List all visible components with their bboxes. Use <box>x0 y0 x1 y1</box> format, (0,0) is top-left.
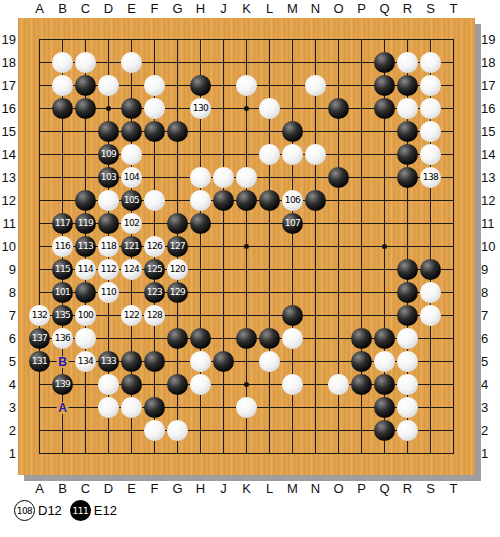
intersection-H6[interactable] <box>189 327 212 350</box>
intersection-C12[interactable] <box>74 189 97 212</box>
intersection-N7[interactable] <box>304 304 327 327</box>
intersection-S15[interactable] <box>419 120 442 143</box>
intersection-Q15[interactable] <box>373 120 396 143</box>
intersection-K6[interactable] <box>235 327 258 350</box>
intersection-A4[interactable] <box>28 373 51 396</box>
intersection-P9[interactable] <box>350 258 373 281</box>
intersection-A10[interactable] <box>28 235 51 258</box>
intersection-J19[interactable] <box>212 28 235 51</box>
intersection-F16[interactable] <box>143 97 166 120</box>
intersection-A17[interactable] <box>28 74 51 97</box>
intersection-J18[interactable] <box>212 51 235 74</box>
intersection-S19[interactable] <box>419 28 442 51</box>
intersection-O1[interactable] <box>327 442 350 465</box>
intersection-L3[interactable] <box>258 396 281 419</box>
intersection-T3[interactable] <box>442 396 465 419</box>
intersection-A15[interactable] <box>28 120 51 143</box>
intersection-K18[interactable] <box>235 51 258 74</box>
intersection-Q1[interactable] <box>373 442 396 465</box>
intersection-Q17[interactable] <box>373 74 396 97</box>
intersection-S4[interactable] <box>419 373 442 396</box>
intersection-P6[interactable] <box>350 327 373 350</box>
intersection-K16[interactable] <box>235 97 258 120</box>
intersection-K5[interactable] <box>235 350 258 373</box>
intersection-C7[interactable]: 100 <box>74 304 97 327</box>
intersection-B15[interactable] <box>51 120 74 143</box>
intersection-G18[interactable] <box>166 51 189 74</box>
intersection-P11[interactable] <box>350 212 373 235</box>
intersection-N12[interactable] <box>304 189 327 212</box>
intersection-R17[interactable] <box>396 74 419 97</box>
intersection-J10[interactable] <box>212 235 235 258</box>
intersection-M1[interactable] <box>281 442 304 465</box>
intersection-O4[interactable] <box>327 373 350 396</box>
intersection-K12[interactable] <box>235 189 258 212</box>
intersection-T13[interactable] <box>442 166 465 189</box>
intersection-N14[interactable] <box>304 143 327 166</box>
intersection-G10[interactable]: 127 <box>166 235 189 258</box>
intersection-P19[interactable] <box>350 28 373 51</box>
intersection-K10[interactable] <box>235 235 258 258</box>
intersection-J2[interactable] <box>212 419 235 442</box>
intersection-F10[interactable]: 126 <box>143 235 166 258</box>
intersection-P12[interactable] <box>350 189 373 212</box>
intersection-N8[interactable] <box>304 281 327 304</box>
intersection-R3[interactable] <box>396 396 419 419</box>
intersection-P8[interactable] <box>350 281 373 304</box>
intersection-O3[interactable] <box>327 396 350 419</box>
intersection-T14[interactable] <box>442 143 465 166</box>
intersection-T2[interactable] <box>442 419 465 442</box>
intersection-K1[interactable] <box>235 442 258 465</box>
intersection-R13[interactable] <box>396 166 419 189</box>
intersection-G4[interactable] <box>166 373 189 396</box>
intersection-M17[interactable] <box>281 74 304 97</box>
intersection-O12[interactable] <box>327 189 350 212</box>
intersection-L14[interactable] <box>258 143 281 166</box>
intersection-J14[interactable] <box>212 143 235 166</box>
intersection-J1[interactable] <box>212 442 235 465</box>
intersection-G7[interactable] <box>166 304 189 327</box>
intersection-O11[interactable] <box>327 212 350 235</box>
intersection-B4[interactable]: 139 <box>51 373 74 396</box>
intersection-R12[interactable] <box>396 189 419 212</box>
intersection-C5[interactable]: 134 <box>74 350 97 373</box>
intersection-T1[interactable] <box>442 442 465 465</box>
intersection-N1[interactable] <box>304 442 327 465</box>
intersection-S1[interactable] <box>419 442 442 465</box>
intersection-C10[interactable]: 113 <box>74 235 97 258</box>
intersection-L10[interactable] <box>258 235 281 258</box>
intersection-F18[interactable] <box>143 51 166 74</box>
intersection-H15[interactable] <box>189 120 212 143</box>
intersection-O19[interactable] <box>327 28 350 51</box>
intersection-F13[interactable] <box>143 166 166 189</box>
intersection-Q13[interactable] <box>373 166 396 189</box>
intersection-H10[interactable] <box>189 235 212 258</box>
intersection-G9[interactable]: 120 <box>166 258 189 281</box>
intersection-S10[interactable] <box>419 235 442 258</box>
intersection-M7[interactable] <box>281 304 304 327</box>
intersection-N15[interactable] <box>304 120 327 143</box>
intersection-M2[interactable] <box>281 419 304 442</box>
intersection-R8[interactable] <box>396 281 419 304</box>
intersection-E4[interactable] <box>120 373 143 396</box>
intersection-A2[interactable] <box>28 419 51 442</box>
intersection-L5[interactable] <box>258 350 281 373</box>
intersection-O15[interactable] <box>327 120 350 143</box>
intersection-G3[interactable] <box>166 396 189 419</box>
intersection-B8[interactable]: 101 <box>51 281 74 304</box>
intersection-K2[interactable] <box>235 419 258 442</box>
intersection-N11[interactable] <box>304 212 327 235</box>
intersection-L12[interactable] <box>258 189 281 212</box>
intersection-C1[interactable] <box>74 442 97 465</box>
intersection-A18[interactable] <box>28 51 51 74</box>
intersection-H12[interactable] <box>189 189 212 212</box>
intersection-A7[interactable]: 132 <box>28 304 51 327</box>
intersection-Q5[interactable] <box>373 350 396 373</box>
intersection-H2[interactable] <box>189 419 212 442</box>
intersection-A6[interactable]: 137 <box>28 327 51 350</box>
intersection-R5[interactable] <box>396 350 419 373</box>
intersection-A1[interactable] <box>28 442 51 465</box>
intersection-E13[interactable]: 104 <box>120 166 143 189</box>
intersection-C14[interactable] <box>74 143 97 166</box>
intersection-F2[interactable] <box>143 419 166 442</box>
intersection-F9[interactable]: 125 <box>143 258 166 281</box>
intersection-E19[interactable] <box>120 28 143 51</box>
intersection-T5[interactable] <box>442 350 465 373</box>
intersection-A3[interactable] <box>28 396 51 419</box>
intersection-M10[interactable] <box>281 235 304 258</box>
intersection-E7[interactable]: 122 <box>120 304 143 327</box>
intersection-J7[interactable] <box>212 304 235 327</box>
intersection-M5[interactable] <box>281 350 304 373</box>
intersection-O8[interactable] <box>327 281 350 304</box>
intersection-L18[interactable] <box>258 51 281 74</box>
intersection-R15[interactable] <box>396 120 419 143</box>
intersection-J9[interactable] <box>212 258 235 281</box>
intersection-B16[interactable] <box>51 97 74 120</box>
intersection-S13[interactable]: 138 <box>419 166 442 189</box>
intersection-D13[interactable]: 103 <box>97 166 120 189</box>
intersection-M4[interactable] <box>281 373 304 396</box>
intersection-P15[interactable] <box>350 120 373 143</box>
intersection-K9[interactable] <box>235 258 258 281</box>
intersection-N13[interactable] <box>304 166 327 189</box>
intersection-C19[interactable] <box>74 28 97 51</box>
intersection-C8[interactable] <box>74 281 97 304</box>
intersection-R6[interactable] <box>396 327 419 350</box>
intersection-D9[interactable]: 112 <box>97 258 120 281</box>
intersection-R18[interactable] <box>396 51 419 74</box>
intersection-A5[interactable]: 131 <box>28 350 51 373</box>
intersection-H1[interactable] <box>189 442 212 465</box>
intersection-J6[interactable] <box>212 327 235 350</box>
intersection-D8[interactable]: 110 <box>97 281 120 304</box>
intersection-F11[interactable] <box>143 212 166 235</box>
intersection-N4[interactable] <box>304 373 327 396</box>
intersection-F6[interactable] <box>143 327 166 350</box>
intersection-Q18[interactable] <box>373 51 396 74</box>
intersection-T10[interactable] <box>442 235 465 258</box>
intersection-L4[interactable] <box>258 373 281 396</box>
intersection-P16[interactable] <box>350 97 373 120</box>
intersection-L9[interactable] <box>258 258 281 281</box>
intersection-J16[interactable] <box>212 97 235 120</box>
intersection-Q11[interactable] <box>373 212 396 235</box>
intersection-P3[interactable] <box>350 396 373 419</box>
intersection-N16[interactable] <box>304 97 327 120</box>
intersection-A12[interactable] <box>28 189 51 212</box>
intersection-K13[interactable] <box>235 166 258 189</box>
intersection-M18[interactable] <box>281 51 304 74</box>
intersection-F8[interactable]: 123 <box>143 281 166 304</box>
intersection-D3[interactable] <box>97 396 120 419</box>
intersection-C18[interactable] <box>74 51 97 74</box>
intersection-K8[interactable] <box>235 281 258 304</box>
intersection-B12[interactable] <box>51 189 74 212</box>
intersection-E16[interactable] <box>120 97 143 120</box>
intersection-J15[interactable] <box>212 120 235 143</box>
intersection-O10[interactable] <box>327 235 350 258</box>
intersection-S11[interactable] <box>419 212 442 235</box>
intersection-B6[interactable]: 136 <box>51 327 74 350</box>
intersection-L16[interactable] <box>258 97 281 120</box>
intersection-N10[interactable] <box>304 235 327 258</box>
intersection-M11[interactable]: 107 <box>281 212 304 235</box>
intersection-Q6[interactable] <box>373 327 396 350</box>
intersection-S2[interactable] <box>419 419 442 442</box>
intersection-B19[interactable] <box>51 28 74 51</box>
intersection-L1[interactable] <box>258 442 281 465</box>
intersection-A14[interactable] <box>28 143 51 166</box>
intersection-K7[interactable] <box>235 304 258 327</box>
intersection-J5[interactable] <box>212 350 235 373</box>
intersection-J3[interactable] <box>212 396 235 419</box>
intersection-O6[interactable] <box>327 327 350 350</box>
intersection-D4[interactable] <box>97 373 120 396</box>
intersection-F4[interactable] <box>143 373 166 396</box>
intersection-G6[interactable] <box>166 327 189 350</box>
intersection-Q19[interactable] <box>373 28 396 51</box>
intersection-O18[interactable] <box>327 51 350 74</box>
intersection-R7[interactable] <box>396 304 419 327</box>
intersection-T15[interactable] <box>442 120 465 143</box>
intersection-E2[interactable] <box>120 419 143 442</box>
intersection-J11[interactable] <box>212 212 235 235</box>
intersection-M3[interactable] <box>281 396 304 419</box>
intersection-G11[interactable] <box>166 212 189 235</box>
intersection-N17[interactable] <box>304 74 327 97</box>
intersection-H11[interactable] <box>189 212 212 235</box>
intersection-H19[interactable] <box>189 28 212 51</box>
intersection-S7[interactable] <box>419 304 442 327</box>
intersection-B5[interactable]: B <box>51 350 74 373</box>
intersection-N3[interactable] <box>304 396 327 419</box>
intersection-L6[interactable] <box>258 327 281 350</box>
intersection-B3[interactable]: A <box>51 396 74 419</box>
intersection-H7[interactable] <box>189 304 212 327</box>
intersection-S16[interactable] <box>419 97 442 120</box>
intersection-H14[interactable] <box>189 143 212 166</box>
intersection-Q10[interactable] <box>373 235 396 258</box>
intersection-T6[interactable] <box>442 327 465 350</box>
intersection-L2[interactable] <box>258 419 281 442</box>
intersection-E5[interactable] <box>120 350 143 373</box>
intersection-L13[interactable] <box>258 166 281 189</box>
intersection-O16[interactable] <box>327 97 350 120</box>
intersection-C3[interactable] <box>74 396 97 419</box>
intersection-B17[interactable] <box>51 74 74 97</box>
intersection-L19[interactable] <box>258 28 281 51</box>
intersection-S14[interactable] <box>419 143 442 166</box>
intersection-K15[interactable] <box>235 120 258 143</box>
intersection-P2[interactable] <box>350 419 373 442</box>
intersection-D17[interactable] <box>97 74 120 97</box>
intersection-B14[interactable] <box>51 143 74 166</box>
intersection-M12[interactable]: 106 <box>281 189 304 212</box>
intersection-E11[interactable]: 102 <box>120 212 143 235</box>
intersection-A11[interactable] <box>28 212 51 235</box>
intersection-P14[interactable] <box>350 143 373 166</box>
intersection-T8[interactable] <box>442 281 465 304</box>
intersection-B1[interactable] <box>51 442 74 465</box>
intersection-M16[interactable] <box>281 97 304 120</box>
intersection-Q8[interactable] <box>373 281 396 304</box>
intersection-R4[interactable] <box>396 373 419 396</box>
intersection-T19[interactable] <box>442 28 465 51</box>
intersection-C4[interactable] <box>74 373 97 396</box>
intersection-A9[interactable] <box>28 258 51 281</box>
intersection-S18[interactable] <box>419 51 442 74</box>
intersection-A19[interactable] <box>28 28 51 51</box>
intersection-D6[interactable] <box>97 327 120 350</box>
intersection-M9[interactable] <box>281 258 304 281</box>
intersection-K17[interactable] <box>235 74 258 97</box>
intersection-H5[interactable] <box>189 350 212 373</box>
intersection-Q3[interactable] <box>373 396 396 419</box>
intersection-R2[interactable] <box>396 419 419 442</box>
intersection-G14[interactable] <box>166 143 189 166</box>
intersection-G19[interactable] <box>166 28 189 51</box>
intersection-R14[interactable] <box>396 143 419 166</box>
intersection-R10[interactable] <box>396 235 419 258</box>
intersection-K19[interactable] <box>235 28 258 51</box>
intersection-T12[interactable] <box>442 189 465 212</box>
intersection-T11[interactable] <box>442 212 465 235</box>
intersection-F15[interactable] <box>143 120 166 143</box>
intersection-D15[interactable] <box>97 120 120 143</box>
intersection-S3[interactable] <box>419 396 442 419</box>
intersection-B9[interactable]: 115 <box>51 258 74 281</box>
intersection-C16[interactable] <box>74 97 97 120</box>
intersection-M13[interactable] <box>281 166 304 189</box>
intersection-Q14[interactable] <box>373 143 396 166</box>
intersection-P5[interactable] <box>350 350 373 373</box>
intersection-D5[interactable]: 133 <box>97 350 120 373</box>
intersection-O9[interactable] <box>327 258 350 281</box>
intersection-T4[interactable] <box>442 373 465 396</box>
intersection-H9[interactable] <box>189 258 212 281</box>
intersection-J17[interactable] <box>212 74 235 97</box>
intersection-E1[interactable] <box>120 442 143 465</box>
intersection-A13[interactable] <box>28 166 51 189</box>
intersection-T17[interactable] <box>442 74 465 97</box>
intersection-F19[interactable] <box>143 28 166 51</box>
intersection-J4[interactable] <box>212 373 235 396</box>
intersection-R16[interactable] <box>396 97 419 120</box>
intersection-M15[interactable] <box>281 120 304 143</box>
intersection-R9[interactable] <box>396 258 419 281</box>
intersection-D2[interactable] <box>97 419 120 442</box>
intersection-B2[interactable] <box>51 419 74 442</box>
intersection-Q2[interactable] <box>373 419 396 442</box>
intersection-C11[interactable]: 119 <box>74 212 97 235</box>
intersection-N9[interactable] <box>304 258 327 281</box>
intersection-S6[interactable] <box>419 327 442 350</box>
intersection-S17[interactable] <box>419 74 442 97</box>
intersection-L7[interactable] <box>258 304 281 327</box>
intersection-F7[interactable]: 128 <box>143 304 166 327</box>
intersection-F5[interactable] <box>143 350 166 373</box>
intersection-G2[interactable] <box>166 419 189 442</box>
intersection-D10[interactable]: 118 <box>97 235 120 258</box>
intersection-T9[interactable] <box>442 258 465 281</box>
intersection-K3[interactable] <box>235 396 258 419</box>
intersection-E17[interactable] <box>120 74 143 97</box>
intersection-P18[interactable] <box>350 51 373 74</box>
intersection-E14[interactable] <box>120 143 143 166</box>
intersection-O14[interactable] <box>327 143 350 166</box>
intersection-T16[interactable] <box>442 97 465 120</box>
intersection-B11[interactable]: 117 <box>51 212 74 235</box>
intersection-R11[interactable] <box>396 212 419 235</box>
intersection-D7[interactable] <box>97 304 120 327</box>
intersection-C6[interactable] <box>74 327 97 350</box>
intersection-R19[interactable] <box>396 28 419 51</box>
intersection-O13[interactable] <box>327 166 350 189</box>
intersection-H13[interactable] <box>189 166 212 189</box>
intersection-N19[interactable] <box>304 28 327 51</box>
intersection-H17[interactable] <box>189 74 212 97</box>
intersection-L11[interactable] <box>258 212 281 235</box>
intersection-D16[interactable] <box>97 97 120 120</box>
intersection-N5[interactable] <box>304 350 327 373</box>
intersection-B7[interactable]: 135 <box>51 304 74 327</box>
intersection-N6[interactable] <box>304 327 327 350</box>
intersection-A16[interactable] <box>28 97 51 120</box>
intersection-T18[interactable] <box>442 51 465 74</box>
intersection-K4[interactable] <box>235 373 258 396</box>
intersection-G16[interactable] <box>166 97 189 120</box>
intersection-E18[interactable] <box>120 51 143 74</box>
intersection-C9[interactable]: 114 <box>74 258 97 281</box>
intersection-P1[interactable] <box>350 442 373 465</box>
intersection-G13[interactable] <box>166 166 189 189</box>
intersection-E10[interactable]: 121 <box>120 235 143 258</box>
intersection-E6[interactable] <box>120 327 143 350</box>
intersection-O17[interactable] <box>327 74 350 97</box>
intersection-H8[interactable] <box>189 281 212 304</box>
intersection-R1[interactable] <box>396 442 419 465</box>
intersection-P13[interactable] <box>350 166 373 189</box>
intersection-L15[interactable] <box>258 120 281 143</box>
intersection-G8[interactable]: 129 <box>166 281 189 304</box>
intersection-J12[interactable] <box>212 189 235 212</box>
intersection-K11[interactable] <box>235 212 258 235</box>
